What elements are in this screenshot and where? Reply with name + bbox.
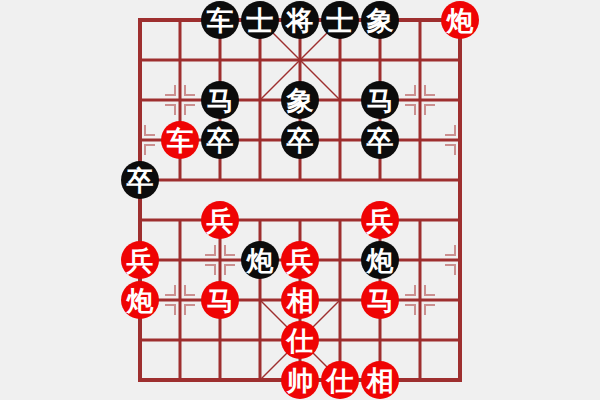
piece-red-soldier[interactable]: 兵 xyxy=(281,241,319,279)
piece-red-horse[interactable]: 马 xyxy=(361,281,399,319)
xiangqi-app: 车士将士象炮马象马车卒卒卒卒兵兵兵炮兵炮炮马相马仕帅仕相 xyxy=(0,0,600,400)
piece-red-horse[interactable]: 马 xyxy=(201,281,239,319)
piece-red-cannon[interactable]: 炮 xyxy=(441,1,479,39)
piece-black-soldier[interactable]: 卒 xyxy=(121,161,159,199)
piece-red-elephant[interactable]: 相 xyxy=(361,361,399,399)
piece-black-horse[interactable]: 马 xyxy=(361,81,399,119)
piece-black-chariot[interactable]: 车 xyxy=(201,1,239,39)
piece-black-advisor[interactable]: 士 xyxy=(321,1,359,39)
piece-black-horse[interactable]: 马 xyxy=(201,81,239,119)
piece-red-advisor[interactable]: 仕 xyxy=(321,361,359,399)
piece-black-general[interactable]: 将 xyxy=(281,1,319,39)
piece-black-cannon[interactable]: 炮 xyxy=(241,241,279,279)
piece-black-soldier[interactable]: 卒 xyxy=(361,121,399,159)
piece-black-soldier[interactable]: 卒 xyxy=(201,121,239,159)
piece-red-advisor[interactable]: 仕 xyxy=(281,321,319,359)
piece-black-cannon[interactable]: 炮 xyxy=(361,241,399,279)
piece-black-soldier[interactable]: 卒 xyxy=(281,121,319,159)
xiangqi-board: 车士将士象炮马象马车卒卒卒卒兵兵兵炮兵炮炮马相马仕帅仕相 xyxy=(0,0,600,400)
piece-red-soldier[interactable]: 兵 xyxy=(121,241,159,279)
pieces-layer: 车士将士象炮马象马车卒卒卒卒兵兵兵炮兵炮炮马相马仕帅仕相 xyxy=(140,20,460,380)
piece-red-elephant[interactable]: 相 xyxy=(281,281,319,319)
piece-red-soldier[interactable]: 兵 xyxy=(361,201,399,239)
piece-red-chariot[interactable]: 车 xyxy=(161,121,199,159)
piece-red-general[interactable]: 帅 xyxy=(281,361,319,399)
piece-red-soldier[interactable]: 兵 xyxy=(201,201,239,239)
piece-black-elephant[interactable]: 象 xyxy=(361,1,399,39)
piece-black-advisor[interactable]: 士 xyxy=(241,1,279,39)
piece-red-cannon[interactable]: 炮 xyxy=(121,281,159,319)
piece-black-elephant[interactable]: 象 xyxy=(281,81,319,119)
